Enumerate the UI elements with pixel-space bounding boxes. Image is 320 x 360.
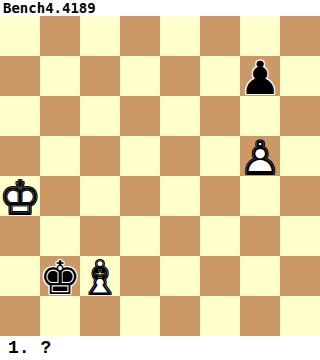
- square-c4[interactable]: [80, 176, 120, 216]
- square-g5[interactable]: ♟♙: [240, 136, 280, 176]
- square-c2[interactable]: ♝♗: [80, 256, 120, 296]
- square-e5[interactable]: [160, 136, 200, 176]
- square-b7[interactable]: [40, 56, 80, 96]
- square-a6[interactable]: [0, 96, 40, 136]
- square-d4[interactable]: [120, 176, 160, 216]
- square-d2[interactable]: [120, 256, 160, 296]
- square-h6[interactable]: [280, 96, 320, 136]
- square-e3[interactable]: [160, 216, 200, 256]
- square-h3[interactable]: [280, 216, 320, 256]
- square-f2[interactable]: [200, 256, 240, 296]
- status-bar: 1. ?: [0, 336, 320, 360]
- square-e8[interactable]: [160, 16, 200, 56]
- square-f3[interactable]: [200, 216, 240, 256]
- square-f4[interactable]: [200, 176, 240, 216]
- square-g6[interactable]: [240, 96, 280, 136]
- chess-app-window: Bench4.4189 ♟♟♙♚♔♚♝♗ 1. ?: [0, 0, 320, 360]
- square-e4[interactable]: [160, 176, 200, 216]
- square-d3[interactable]: [120, 216, 160, 256]
- square-a3[interactable]: [0, 216, 40, 256]
- chess-board: ♟♟♙♚♔♚♝♗: [0, 16, 320, 336]
- square-h4[interactable]: [280, 176, 320, 216]
- square-h1[interactable]: [280, 296, 320, 336]
- square-a8[interactable]: [0, 16, 40, 56]
- black-pawn[interactable]: ♟: [240, 56, 280, 96]
- move-prompt: 1. ?: [0, 338, 51, 358]
- square-e6[interactable]: [160, 96, 200, 136]
- square-a2[interactable]: [0, 256, 40, 296]
- square-d7[interactable]: [120, 56, 160, 96]
- square-f7[interactable]: [200, 56, 240, 96]
- square-a1[interactable]: [0, 296, 40, 336]
- white-bishop-outline: ♗: [80, 256, 120, 296]
- square-d8[interactable]: [120, 16, 160, 56]
- square-b8[interactable]: [40, 16, 80, 56]
- square-g7[interactable]: ♟: [240, 56, 280, 96]
- square-g3[interactable]: [240, 216, 280, 256]
- square-d1[interactable]: [120, 296, 160, 336]
- square-g1[interactable]: [240, 296, 280, 336]
- square-h5[interactable]: [280, 136, 320, 176]
- square-d5[interactable]: [120, 136, 160, 176]
- title-bar: Bench4.4189: [0, 0, 320, 16]
- square-f8[interactable]: [200, 16, 240, 56]
- square-e7[interactable]: [160, 56, 200, 96]
- square-b5[interactable]: [40, 136, 80, 176]
- square-f1[interactable]: [200, 296, 240, 336]
- square-e2[interactable]: [160, 256, 200, 296]
- square-f6[interactable]: [200, 96, 240, 136]
- square-g8[interactable]: [240, 16, 280, 56]
- square-c8[interactable]: [80, 16, 120, 56]
- square-a5[interactable]: [0, 136, 40, 176]
- black-king[interactable]: ♚: [40, 256, 80, 296]
- square-h2[interactable]: [280, 256, 320, 296]
- page-title: Bench4.4189: [0, 0, 96, 16]
- square-c3[interactable]: [80, 216, 120, 256]
- white-pawn-outline: ♙: [240, 136, 280, 176]
- square-c5[interactable]: [80, 136, 120, 176]
- square-b6[interactable]: [40, 96, 80, 136]
- square-g2[interactable]: [240, 256, 280, 296]
- square-b3[interactable]: [40, 216, 80, 256]
- square-b2[interactable]: ♚: [40, 256, 80, 296]
- square-b4[interactable]: [40, 176, 80, 216]
- white-king-outline: ♔: [0, 176, 40, 216]
- square-f5[interactable]: [200, 136, 240, 176]
- square-e1[interactable]: [160, 296, 200, 336]
- square-h8[interactable]: [280, 16, 320, 56]
- square-h7[interactable]: [280, 56, 320, 96]
- square-a4[interactable]: ♚♔: [0, 176, 40, 216]
- square-c1[interactable]: [80, 296, 120, 336]
- square-c7[interactable]: [80, 56, 120, 96]
- square-d6[interactable]: [120, 96, 160, 136]
- square-a7[interactable]: [0, 56, 40, 96]
- square-b1[interactable]: [40, 296, 80, 336]
- square-c6[interactable]: [80, 96, 120, 136]
- square-g4[interactable]: [240, 176, 280, 216]
